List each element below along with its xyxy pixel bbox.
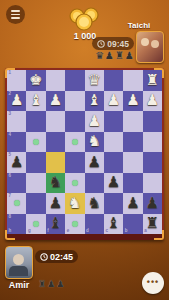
square-e4[interactable] — [65, 132, 84, 153]
black-pawn[interactable]: ♟ — [85, 152, 104, 173]
square-b5[interactable] — [123, 152, 142, 173]
square-g3[interactable] — [26, 111, 45, 132]
square-h5[interactable]: 5♟ — [7, 152, 26, 173]
square-b1[interactable] — [123, 70, 142, 91]
frame-corner — [5, 68, 15, 78]
square-f2[interactable]: ♟ — [46, 91, 65, 112]
square-a2[interactable]: ♟ — [143, 91, 162, 112]
square-g1[interactable]: ♚ — [26, 70, 45, 91]
rank-label: 7 — [9, 194, 12, 199]
opponent-clock: 09:45 — [92, 37, 134, 50]
player-avatar[interactable] — [5, 246, 33, 279]
opponent-captured-pieces: ♛♟♜♟ — [95, 51, 134, 61]
captured-pawn-icon: ♟ — [105, 51, 114, 61]
square-g2[interactable]: ♝ — [26, 91, 45, 112]
rank-label: 8 — [9, 215, 12, 220]
square-a4[interactable] — [143, 132, 162, 153]
square-c8[interactable]: c♝ — [104, 214, 123, 235]
captured-pawn-icon: ♟ — [56, 280, 64, 289]
white-pawn[interactable]: ♟ — [104, 91, 123, 112]
square-b3[interactable] — [123, 111, 142, 132]
square-d3[interactable]: ♟ — [85, 111, 104, 132]
file-label: e — [67, 229, 70, 234]
square-f6[interactable]: ♞ — [46, 173, 65, 194]
opponent-name: Taichi — [111, 21, 167, 30]
square-g5[interactable] — [26, 152, 45, 173]
rank-label: 4 — [9, 133, 12, 138]
square-a7[interactable]: ♟ — [143, 193, 162, 214]
captured-rook-icon: ♜ — [115, 51, 124, 61]
square-c6[interactable]: ♟ — [104, 173, 123, 194]
square-c1[interactable] — [104, 70, 123, 91]
square-h4[interactable]: 4 — [7, 132, 26, 153]
move-dot[interactable] — [72, 221, 78, 227]
white-bishop[interactable]: ♝ — [26, 91, 45, 112]
white-pawn[interactable]: ♟ — [85, 111, 104, 132]
square-f5[interactable] — [46, 152, 65, 173]
white-knight[interactable]: ♞ — [65, 193, 84, 214]
player-clock: 02:45 — [35, 250, 78, 263]
square-h2[interactable]: 2♟ — [7, 91, 26, 112]
frame-corner — [5, 230, 15, 240]
square-h3[interactable]: 3 — [7, 111, 26, 132]
opponent-avatar[interactable] — [136, 31, 164, 63]
rank-label: 6 — [9, 174, 12, 179]
square-e2[interactable] — [65, 91, 84, 112]
square-c4[interactable] — [104, 132, 123, 153]
move-dot[interactable] — [14, 200, 20, 206]
black-bishop[interactable]: ♝ — [104, 214, 123, 235]
frame-corner — [154, 68, 164, 78]
square-b2[interactable]: ♟ — [123, 91, 142, 112]
player-captured-pieces: ♜♟♟ — [38, 280, 64, 289]
white-knight[interactable]: ♞ — [85, 132, 104, 153]
square-e1[interactable] — [65, 70, 84, 91]
square-b7[interactable]: ♟ — [123, 193, 142, 214]
frame-corner — [154, 230, 164, 240]
black-pawn[interactable]: ♟ — [46, 193, 65, 214]
square-c2[interactable]: ♟ — [104, 91, 123, 112]
gold-coins-icon — [66, 7, 103, 31]
square-h6[interactable]: 6 — [7, 173, 26, 194]
square-c3[interactable] — [104, 111, 123, 132]
square-a5[interactable] — [143, 152, 162, 173]
square-f3[interactable] — [46, 111, 65, 132]
square-c7[interactable] — [104, 193, 123, 214]
white-pawn[interactable]: ♟ — [46, 91, 65, 112]
white-pawn[interactable]: ♟ — [7, 91, 26, 112]
black-pawn[interactable]: ♟ — [123, 193, 142, 214]
chat-emotes-button[interactable]: ••• — [142, 272, 164, 294]
square-g7[interactable] — [26, 193, 45, 214]
square-f4[interactable] — [46, 132, 65, 153]
black-pawn[interactable]: ♟ — [7, 152, 26, 173]
black-bishop[interactable]: ♝ — [46, 214, 65, 235]
rank-label: 3 — [9, 112, 12, 117]
chess-app-screen: 1 000 Taichi 09:45 ♛♟♜♟ 1♚♛♜2♟♝♟♝♟♟♟3♟4♞… — [0, 0, 169, 300]
square-d8[interactable]: d — [85, 214, 104, 235]
captured-pawn-icon: ♟ — [125, 51, 134, 61]
black-pawn[interactable]: ♟ — [143, 193, 162, 214]
move-dot[interactable] — [72, 180, 78, 186]
square-b6[interactable] — [123, 173, 142, 194]
square-f1[interactable] — [46, 70, 65, 91]
square-e6[interactable] — [65, 173, 84, 194]
black-pawn[interactable]: ♟ — [104, 173, 123, 194]
hamburger-menu-icon[interactable] — [6, 5, 25, 24]
square-d5[interactable]: ♟ — [85, 152, 104, 173]
square-a6[interactable] — [143, 173, 162, 194]
player-name: Amir — [4, 280, 34, 290]
white-king[interactable]: ♚ — [26, 70, 45, 91]
square-b4[interactable] — [123, 132, 142, 153]
file-label: b — [125, 229, 128, 234]
square-e5[interactable] — [65, 152, 84, 173]
square-b8[interactable]: b — [123, 214, 142, 235]
square-d1[interactable]: ♛ — [85, 70, 104, 91]
chess-board: 1♚♛♜2♟♝♟♝♟♟♟3♟4♞5♟♟6♞♟7♟♞♞♟♟8hgf♝edc♝ba♜ — [7, 70, 162, 234]
captured-rook-icon: ♜ — [38, 280, 46, 289]
square-g8[interactable]: g — [26, 214, 45, 235]
square-d7[interactable]: ♞ — [85, 193, 104, 214]
white-pawn[interactable]: ♟ — [123, 91, 142, 112]
black-knight[interactable]: ♞ — [85, 193, 104, 214]
square-e7[interactable]: ♞ — [65, 193, 84, 214]
square-a3[interactable] — [143, 111, 162, 132]
white-queen[interactable]: ♛ — [85, 70, 104, 91]
square-d4[interactable]: ♞ — [85, 132, 104, 153]
square-f7[interactable]: ♟ — [46, 193, 65, 214]
move-dot[interactable] — [33, 139, 39, 145]
white-bishop[interactable]: ♝ — [85, 91, 104, 112]
square-e8[interactable]: e — [65, 214, 84, 235]
square-g6[interactable] — [26, 173, 45, 194]
square-f8[interactable]: f♝ — [46, 214, 65, 235]
square-d2[interactable]: ♝ — [85, 91, 104, 112]
file-label: d — [86, 229, 89, 234]
clock-icon — [40, 253, 48, 261]
captured-queen-icon: ♛ — [95, 51, 104, 61]
move-dot[interactable] — [72, 139, 78, 145]
clock-icon — [97, 40, 105, 48]
white-pawn[interactable]: ♟ — [143, 91, 162, 112]
square-h7[interactable]: 7 — [7, 193, 26, 214]
square-d6[interactable] — [85, 173, 104, 194]
square-c5[interactable] — [104, 152, 123, 173]
file-label: g — [28, 229, 31, 234]
square-e3[interactable] — [65, 111, 84, 132]
captured-pawn-icon: ♟ — [47, 280, 55, 289]
chess-board-frame: 1♚♛♜2♟♝♟♝♟♟♟3♟4♞5♟♟6♞♟7♟♞♞♟♟8hgf♝edc♝ba♜ — [5, 68, 164, 240]
black-knight[interactable]: ♞ — [46, 173, 65, 194]
move-dot[interactable] — [33, 221, 39, 227]
square-g4[interactable] — [26, 132, 45, 153]
